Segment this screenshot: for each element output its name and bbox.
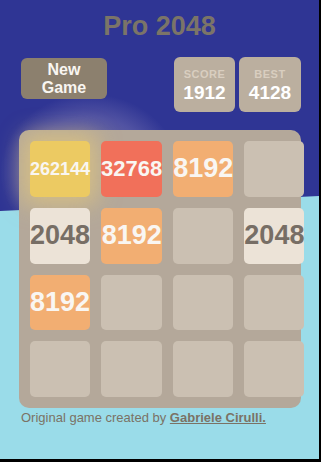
tile-8192-r1c1: 8192 (101, 208, 162, 264)
empty-cell-r3c3 (244, 341, 304, 397)
tile-8192-r0c2: 8192 (173, 141, 233, 197)
empty-cell-r2c2 (173, 275, 233, 331)
best-box: BEST 4128 (239, 57, 301, 112)
score-value: 1912 (183, 82, 225, 104)
best-label: BEST (254, 67, 285, 82)
empty-cell-r2c1 (101, 275, 162, 331)
empty-cell-r1c2 (173, 208, 233, 264)
tile-2048-r1c3: 2048 (244, 208, 304, 264)
app-screen: Pro 2048 New Game SCORE 1912 BEST 4128 2… (0, 0, 319, 459)
best-value: 4128 (249, 82, 291, 104)
empty-cell-r3c1 (101, 341, 162, 397)
author-link[interactable]: Gabriele Cirulli. (170, 410, 266, 425)
tile-32768-r0c1: 32768 (101, 141, 162, 197)
footer-text: Original game created by (21, 410, 170, 425)
new-game-button[interactable]: New Game (21, 58, 107, 99)
tile-262144-r0c0: 262144 (30, 141, 90, 197)
board-grid[interactable]: 2621443276881922048819220488192 (19, 130, 301, 408)
empty-cell-r0c3 (244, 141, 304, 197)
empty-cell-r3c2 (173, 341, 233, 397)
tile-2048-r1c0: 2048 (30, 208, 90, 264)
screenshot-frame: Pro 2048 New Game SCORE 1912 BEST 4128 2… (0, 0, 321, 462)
empty-cell-r3c0 (30, 341, 90, 397)
empty-cell-r2c3 (244, 275, 304, 331)
page-title: Pro 2048 (0, 11, 319, 42)
tile-8192-r2c0: 8192 (30, 275, 90, 331)
score-label: SCORE (184, 67, 226, 82)
score-box: SCORE 1912 (174, 57, 235, 112)
footer-credit: Original game created by Gabriele Cirull… (21, 410, 266, 425)
